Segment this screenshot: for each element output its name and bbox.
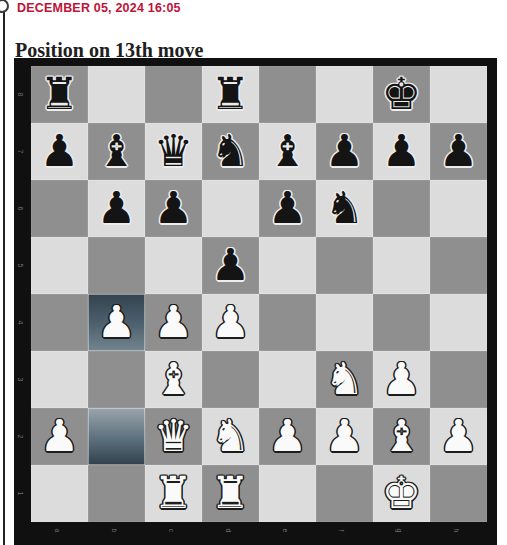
square-b5 [88,237,145,294]
square-g7: ♟ [373,123,430,180]
piece-white-pawn-b4: ♟ [88,294,145,351]
post-timestamp: DECEMBER 05, 2024 16:05 [17,1,181,15]
piece-black-pawn-d5: ♟ [202,237,259,294]
square-g6 [373,180,430,237]
square-e8 [259,66,316,123]
square-a2: ♟ [31,408,88,465]
square-c3: ♝ [145,351,202,408]
square-h5 [430,237,487,294]
square-f7: ♟ [316,123,373,180]
square-a5 [31,237,88,294]
file-label-a: a [54,529,61,533]
piece-black-bishop-b7: ♝ [88,123,145,180]
square-a3 [31,351,88,408]
rank-label-8: 8 [17,93,24,97]
square-g1: ♚ [373,465,430,522]
chess-board: ♜♜♚♟♝♛♞♝♟♟♟♟♟♟♞♟♟♟♟♝♞♟♟♛♞♟♟♝♟♜♜♚ 8765432… [14,58,497,545]
piece-white-king-g1: ♚ [373,465,430,522]
square-f6: ♞ [316,180,373,237]
piece-black-pawn-f7: ♟ [316,123,373,180]
square-c6: ♟ [145,180,202,237]
square-b2 [88,408,145,465]
rank-label-4: 4 [17,321,24,325]
piece-black-pawn-b6: ♟ [88,180,145,237]
piece-black-rook-a8: ♜ [31,66,88,123]
piece-white-queen-c2: ♛ [145,408,202,465]
square-f2: ♟ [316,408,373,465]
piece-white-rook-c1: ♜ [145,465,202,522]
piece-black-pawn-h7: ♟ [430,123,487,180]
rank-label-6: 6 [17,207,24,211]
rank-label-5: 5 [17,264,24,268]
square-e3 [259,351,316,408]
square-g4 [373,294,430,351]
piece-white-pawn-a2: ♟ [31,408,88,465]
file-label-h: h [453,529,460,533]
square-d2: ♞ [202,408,259,465]
square-b1 [88,465,145,522]
square-d3 [202,351,259,408]
square-e6: ♟ [259,180,316,237]
square-f3: ♞ [316,351,373,408]
piece-white-pawn-f2: ♟ [316,408,373,465]
square-c8 [145,66,202,123]
square-g3: ♟ [373,351,430,408]
square-d4: ♟ [202,294,259,351]
file-label-b: b [111,529,118,533]
square-a4 [31,294,88,351]
rank-label-7: 7 [17,150,24,154]
rank-label-3: 3 [17,378,24,382]
piece-black-queen-c7: ♛ [145,123,202,180]
file-label-e: e [282,529,289,533]
square-h7: ♟ [430,123,487,180]
square-h6 [430,180,487,237]
square-c1: ♜ [145,465,202,522]
square-h2: ♟ [430,408,487,465]
piece-white-knight-d2: ♞ [202,408,259,465]
square-e4 [259,294,316,351]
square-b6: ♟ [88,180,145,237]
piece-black-pawn-e6: ♟ [259,180,316,237]
file-label-d: d [225,529,232,533]
timeline-node-icon [0,0,9,13]
square-b4: ♟ [88,294,145,351]
square-d6 [202,180,259,237]
square-b3 [88,351,145,408]
board-squares: ♜♜♚♟♝♛♞♝♟♟♟♟♟♟♞♟♟♟♟♝♞♟♟♛♞♟♟♝♟♜♜♚ [31,66,487,522]
square-f8 [316,66,373,123]
square-a8: ♜ [31,66,88,123]
square-a6 [31,180,88,237]
square-d1: ♜ [202,465,259,522]
square-c4: ♟ [145,294,202,351]
timeline-line [3,10,5,545]
piece-white-bishop-c3: ♝ [145,351,202,408]
file-label-f: f [338,530,345,532]
rank-label-2: 2 [17,435,24,439]
square-d8: ♜ [202,66,259,123]
square-a7: ♟ [31,123,88,180]
square-h8 [430,66,487,123]
piece-white-knight-f3: ♞ [316,351,373,408]
piece-black-pawn-a7: ♟ [31,123,88,180]
piece-white-pawn-h2: ♟ [430,408,487,465]
piece-white-pawn-g3: ♟ [373,351,430,408]
file-label-g: g [396,529,403,533]
piece-white-pawn-e2: ♟ [259,408,316,465]
square-b8 [88,66,145,123]
square-d5: ♟ [202,237,259,294]
square-h4 [430,294,487,351]
square-f1 [316,465,373,522]
square-g8: ♚ [373,66,430,123]
square-c7: ♛ [145,123,202,180]
square-h1 [430,465,487,522]
square-e2: ♟ [259,408,316,465]
square-c5 [145,237,202,294]
square-e7: ♝ [259,123,316,180]
square-b7: ♝ [88,123,145,180]
piece-black-bishop-e7: ♝ [259,123,316,180]
square-a1 [31,465,88,522]
piece-white-rook-d1: ♜ [202,465,259,522]
square-d7: ♞ [202,123,259,180]
rank-label-1: 1 [17,492,24,496]
piece-black-pawn-c6: ♟ [145,180,202,237]
piece-black-knight-f6: ♞ [316,180,373,237]
square-h3 [430,351,487,408]
square-g5 [373,237,430,294]
piece-black-rook-d8: ♜ [202,66,259,123]
square-c2: ♛ [145,408,202,465]
square-f4 [316,294,373,351]
piece-black-pawn-g7: ♟ [373,123,430,180]
square-e1 [259,465,316,522]
piece-white-bishop-g2: ♝ [373,408,430,465]
square-e5 [259,237,316,294]
piece-white-pawn-c4: ♟ [145,294,202,351]
piece-white-pawn-d4: ♟ [202,294,259,351]
square-f5 [316,237,373,294]
file-label-c: c [168,529,175,533]
piece-black-king-g8: ♚ [373,66,430,123]
piece-black-knight-d7: ♞ [202,123,259,180]
square-g2: ♝ [373,408,430,465]
